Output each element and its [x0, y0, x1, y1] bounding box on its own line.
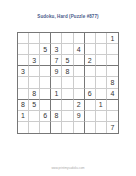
sudoku-cell-given[interactable]: 7	[51, 55, 62, 66]
sudoku-cell-empty[interactable]	[96, 77, 107, 88]
sudoku-cell-given[interactable]: 3	[29, 55, 40, 66]
sudoku-cell-empty[interactable]	[40, 100, 51, 111]
sudoku-cell-empty[interactable]	[85, 122, 96, 133]
sudoku-cell-given[interactable]: 6	[40, 111, 51, 122]
sudoku-cell-empty[interactable]	[18, 33, 29, 44]
sudoku-cell-empty[interactable]	[74, 33, 85, 44]
sudoku-cell-empty[interactable]	[51, 77, 62, 88]
sudoku-cell-empty[interactable]	[62, 33, 73, 44]
sudoku-cell-given[interactable]: 2	[85, 55, 96, 66]
sudoku-cell-empty[interactable]	[74, 66, 85, 77]
page-title: Sudoku, Hard (Puzzle #877)	[0, 14, 136, 19]
sudoku-cell-empty[interactable]	[62, 77, 73, 88]
sudoku-cell-empty[interactable]	[96, 111, 107, 122]
sudoku-cell-given[interactable]: 7	[107, 122, 118, 133]
sudoku-cell-empty[interactable]	[107, 55, 118, 66]
sudoku-cell-empty[interactable]	[40, 77, 51, 88]
sudoku-grid: 1534375239888164852116897	[17, 32, 119, 134]
sudoku-cell-given[interactable]: 1	[18, 111, 29, 122]
sudoku-cell-empty[interactable]	[107, 66, 118, 77]
sudoku-cell-empty[interactable]	[40, 66, 51, 77]
sudoku-cell-empty[interactable]	[51, 122, 62, 133]
sudoku-cell-given[interactable]: 4	[107, 89, 118, 100]
sudoku-cell-empty[interactable]	[51, 33, 62, 44]
sudoku-cell-empty[interactable]	[74, 55, 85, 66]
sudoku-cell-given[interactable]: 8	[29, 89, 40, 100]
sudoku-cell-given[interactable]: 1	[96, 100, 107, 111]
sudoku-cell-empty[interactable]	[40, 122, 51, 133]
sudoku-cell-given[interactable]: 9	[74, 111, 85, 122]
sudoku-page: Sudoku, Hard (Puzzle #877) 1534375239888…	[0, 0, 136, 176]
sudoku-cell-given[interactable]: 2	[74, 100, 85, 111]
sudoku-cell-empty[interactable]	[85, 44, 96, 55]
sudoku-cell-empty[interactable]	[85, 33, 96, 44]
sudoku-cell-empty[interactable]	[62, 100, 73, 111]
sudoku-cell-given[interactable]: 5	[62, 55, 73, 66]
sudoku-cell-empty[interactable]	[96, 44, 107, 55]
sudoku-cell-empty[interactable]	[18, 77, 29, 88]
sudoku-cell-given[interactable]: 9	[51, 66, 62, 77]
sudoku-cell-empty[interactable]	[62, 111, 73, 122]
sudoku-cell-empty[interactable]	[96, 33, 107, 44]
sudoku-cell-empty[interactable]	[40, 89, 51, 100]
sudoku-cell-empty[interactable]	[85, 77, 96, 88]
sudoku-cell-given[interactable]: 8	[62, 66, 73, 77]
sudoku-cell-empty[interactable]	[96, 55, 107, 66]
sudoku-cell-empty[interactable]	[29, 33, 40, 44]
sudoku-cell-empty[interactable]	[107, 111, 118, 122]
sudoku-cell-given[interactable]: 8	[51, 111, 62, 122]
sudoku-cell-empty[interactable]	[18, 122, 29, 133]
sudoku-cell-empty[interactable]	[40, 33, 51, 44]
sudoku-cell-empty[interactable]	[29, 122, 40, 133]
footer-url: www.printmysudoku.com	[0, 166, 136, 170]
sudoku-cell-empty[interactable]	[29, 44, 40, 55]
sudoku-cell-empty[interactable]	[107, 100, 118, 111]
sudoku-cell-given[interactable]: 8	[18, 100, 29, 111]
sudoku-cell-empty[interactable]	[62, 89, 73, 100]
sudoku-cell-empty[interactable]	[85, 66, 96, 77]
sudoku-cell-empty[interactable]	[18, 44, 29, 55]
sudoku-cell-empty[interactable]	[62, 44, 73, 55]
sudoku-cell-given[interactable]: 6	[85, 89, 96, 100]
sudoku-cell-empty[interactable]	[29, 66, 40, 77]
sudoku-cell-empty[interactable]	[74, 122, 85, 133]
sudoku-cell-empty[interactable]	[85, 100, 96, 111]
sudoku-cell-given[interactable]: 4	[74, 44, 85, 55]
sudoku-cell-given[interactable]: 5	[29, 100, 40, 111]
sudoku-cell-empty[interactable]	[85, 111, 96, 122]
sudoku-cell-given[interactable]: 5	[40, 44, 51, 55]
sudoku-cell-empty[interactable]	[18, 55, 29, 66]
sudoku-cell-empty[interactable]	[96, 66, 107, 77]
sudoku-cell-given[interactable]: 1	[107, 33, 118, 44]
sudoku-cell-given[interactable]: 8	[107, 77, 118, 88]
sudoku-cell-empty[interactable]	[51, 100, 62, 111]
sudoku-cell-empty[interactable]	[40, 55, 51, 66]
sudoku-cell-given[interactable]: 1	[51, 89, 62, 100]
sudoku-cell-empty[interactable]	[29, 111, 40, 122]
sudoku-cell-empty[interactable]	[29, 77, 40, 88]
sudoku-cell-empty[interactable]	[107, 44, 118, 55]
sudoku-cell-empty[interactable]	[74, 89, 85, 100]
sudoku-cell-given[interactable]: 3	[18, 66, 29, 77]
sudoku-cell-empty[interactable]	[96, 89, 107, 100]
sudoku-cell-empty[interactable]	[96, 122, 107, 133]
sudoku-cell-empty[interactable]	[18, 89, 29, 100]
sudoku-cell-given[interactable]: 3	[51, 44, 62, 55]
sudoku-cell-empty[interactable]	[74, 77, 85, 88]
sudoku-cell-empty[interactable]	[62, 122, 73, 133]
